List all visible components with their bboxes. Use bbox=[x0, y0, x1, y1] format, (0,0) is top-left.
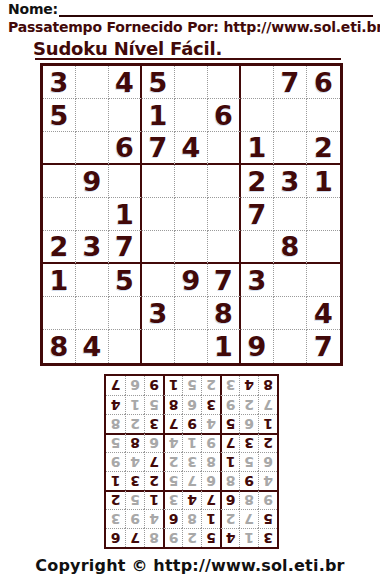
solution-cell-r6c5: 1 bbox=[182, 433, 201, 452]
puzzle-cell-r9c8[interactable] bbox=[274, 330, 307, 363]
puzzle-cell-r2c3[interactable] bbox=[109, 99, 142, 132]
solution-cell-r8c2: 2 bbox=[239, 395, 258, 414]
solution-cell-r1c8: 7 bbox=[125, 528, 144, 547]
puzzle-cell-r4c4[interactable] bbox=[142, 165, 175, 198]
solution-cell-r7c3: 5 bbox=[220, 414, 239, 433]
solution-cell-r3c1: 9 bbox=[258, 490, 277, 509]
solution-cell-r6c3: 7 bbox=[220, 433, 239, 452]
solution-cell-r9c8: 6 bbox=[125, 376, 144, 395]
solution-cell-r1c1: 3 bbox=[258, 528, 277, 547]
puzzle-cell-r9c4[interactable] bbox=[142, 330, 175, 363]
solution-cell-r3c2: 8 bbox=[239, 490, 258, 509]
solution-cell-r4c9: 1 bbox=[106, 471, 125, 490]
solution-cell-r6c2: 3 bbox=[239, 433, 258, 452]
solution-cell-r9c1: 8 bbox=[258, 376, 277, 395]
puzzle-cell-r9c1[interactable]: 8 bbox=[43, 330, 76, 363]
puzzle-cell-r2c5[interactable] bbox=[175, 99, 208, 132]
puzzle-cell-r5c5[interactable] bbox=[175, 198, 208, 231]
solution-cell-r6c7: 6 bbox=[144, 433, 163, 452]
puzzle-cell-r4c6[interactable] bbox=[208, 165, 241, 198]
solution-cell-r8c9: 4 bbox=[106, 395, 125, 414]
puzzle-cell-r4c1[interactable] bbox=[43, 165, 76, 198]
solution-cell-r7c5: 9 bbox=[182, 414, 201, 433]
solution-cell-r4c6: 5 bbox=[163, 471, 182, 490]
solution-cell-r2c9: 3 bbox=[106, 509, 125, 528]
puzzle-cell-r6c4[interactable] bbox=[142, 231, 175, 264]
puzzle-cell-r1c6[interactable] bbox=[208, 66, 241, 99]
puzzle-cell-r6c5[interactable] bbox=[175, 231, 208, 264]
puzzle-cell-r2c8[interactable] bbox=[274, 99, 307, 132]
solution-cell-r7c4: 4 bbox=[201, 414, 220, 433]
puzzle-cell-r8c8[interactable] bbox=[274, 297, 307, 330]
solution-cell-r2c6: 6 bbox=[163, 509, 182, 528]
puzzle-cell-r5c7[interactable]: 7 bbox=[241, 198, 274, 231]
puzzle-cell-r1c2[interactable] bbox=[76, 66, 109, 99]
puzzle-cell-r5c3[interactable]: 1 bbox=[109, 198, 142, 231]
name-row: Nome: bbox=[8, 1, 373, 17]
solution-cell-r5c8: 4 bbox=[125, 452, 144, 471]
puzzle-cell-r6c2[interactable]: 3 bbox=[76, 231, 109, 264]
puzzle-cell-r3c7[interactable]: 1 bbox=[241, 132, 274, 165]
puzzle-cell-r7c6[interactable]: 7 bbox=[208, 264, 241, 297]
solution-cell-r1c9: 6 bbox=[106, 528, 125, 547]
solution-cell-r9c4: 2 bbox=[201, 376, 220, 395]
solution-cell-r5c2: 5 bbox=[239, 452, 258, 471]
solution-cell-r9c3: 3 bbox=[220, 376, 239, 395]
puzzle-cell-r7c5[interactable]: 9 bbox=[175, 264, 208, 297]
puzzle-cell-r3c9[interactable]: 2 bbox=[307, 132, 340, 165]
page-title: Sudoku Nível Fácil. bbox=[33, 38, 222, 59]
puzzle-cell-r8c5[interactable] bbox=[175, 297, 208, 330]
puzzle-cell-r5c9[interactable] bbox=[307, 198, 340, 231]
solution-cell-r4c5: 7 bbox=[182, 471, 201, 490]
puzzle-cell-r8c6[interactable]: 8 bbox=[208, 297, 241, 330]
solution-cell-r7c6: 7 bbox=[163, 414, 182, 433]
puzzle-cell-r7c7[interactable]: 3 bbox=[241, 264, 274, 297]
puzzle-cell-r6c8[interactable]: 8 bbox=[274, 231, 307, 264]
puzzle-cell-r3c6[interactable] bbox=[208, 132, 241, 165]
solution-cell-r6c8: 8 bbox=[125, 433, 144, 452]
puzzle-cell-r2c1[interactable]: 5 bbox=[43, 99, 76, 132]
puzzle-cell-r5c1[interactable] bbox=[43, 198, 76, 231]
puzzle-cell-r1c3[interactable]: 4 bbox=[109, 66, 142, 99]
solution-cell-r2c3: 2 bbox=[220, 509, 239, 528]
puzzle-cell-r6c9[interactable] bbox=[307, 231, 340, 264]
puzzle-cell-r3c3[interactable]: 6 bbox=[109, 132, 142, 165]
solution-cell-r4c2: 9 bbox=[239, 471, 258, 490]
puzzle-cell-r2c9[interactable] bbox=[307, 99, 340, 132]
puzzle-cell-r4c9[interactable]: 1 bbox=[307, 165, 340, 198]
solution-cell-r3c4: 7 bbox=[201, 490, 220, 509]
solution-cell-r4c3: 8 bbox=[220, 471, 239, 490]
puzzle-cell-r6c6[interactable] bbox=[208, 231, 241, 264]
solution-cell-r8c4: 3 bbox=[201, 395, 220, 414]
solution-cell-r2c5: 8 bbox=[182, 509, 201, 528]
solution-cell-r8c6: 8 bbox=[163, 395, 182, 414]
solution-cell-r6c6: 4 bbox=[163, 433, 182, 452]
solution-cell-r8c7: 5 bbox=[144, 395, 163, 414]
solution-cell-r3c8: 5 bbox=[125, 490, 144, 509]
solution-cell-r1c7: 8 bbox=[144, 528, 163, 547]
puzzle-cell-r7c1[interactable]: 1 bbox=[43, 264, 76, 297]
solution-cell-r1c2: 1 bbox=[239, 528, 258, 547]
sudoku-solution-grid-upside-down: 3145298765721864939867431524986752316518… bbox=[104, 374, 279, 549]
puzzle-cell-r8c1[interactable] bbox=[43, 297, 76, 330]
puzzle-cell-r7c3[interactable]: 5 bbox=[109, 264, 142, 297]
title-rule bbox=[35, 58, 341, 60]
solution-cell-r8c3: 9 bbox=[220, 395, 239, 414]
sudoku-puzzle-grid: 345765166741292311723781597338484197 bbox=[40, 63, 343, 366]
solution-cell-r8c1: 7 bbox=[258, 395, 277, 414]
puzzle-cell-r5c6[interactable] bbox=[208, 198, 241, 231]
solution-cell-r5c4: 8 bbox=[201, 452, 220, 471]
solution-cell-r1c5: 2 bbox=[182, 528, 201, 547]
puzzle-cell-r4c8[interactable]: 3 bbox=[274, 165, 307, 198]
solution-cell-r1c3: 4 bbox=[220, 528, 239, 547]
sudoku-worksheet-page: Nome: Passatempo Fornecido Por: http://w… bbox=[0, 0, 380, 585]
provider-line: Passatempo Fornecido Por: http://www.sol… bbox=[8, 19, 380, 35]
puzzle-cell-r3c8[interactable] bbox=[274, 132, 307, 165]
puzzle-cell-r6c7[interactable] bbox=[241, 231, 274, 264]
puzzle-cell-r9c2[interactable]: 4 bbox=[76, 330, 109, 363]
solution-cell-r7c2: 6 bbox=[239, 414, 258, 433]
puzzle-cell-r4c7[interactable]: 2 bbox=[241, 165, 274, 198]
puzzle-cell-r7c4[interactable] bbox=[142, 264, 175, 297]
puzzle-cell-r5c4[interactable] bbox=[142, 198, 175, 231]
puzzle-cell-r1c4[interactable]: 5 bbox=[142, 66, 175, 99]
puzzle-cell-r4c2[interactable]: 9 bbox=[76, 165, 109, 198]
puzzle-cell-r9c7[interactable]: 9 bbox=[241, 330, 274, 363]
puzzle-cell-r1c9[interactable]: 6 bbox=[307, 66, 340, 99]
solution-cell-r4c8: 3 bbox=[125, 471, 144, 490]
puzzle-cell-r2c4[interactable]: 1 bbox=[142, 99, 175, 132]
puzzle-cell-r5c8[interactable] bbox=[274, 198, 307, 231]
puzzle-cell-r2c7[interactable] bbox=[241, 99, 274, 132]
puzzle-cell-r3c4[interactable]: 7 bbox=[142, 132, 175, 165]
puzzle-cell-r8c2[interactable] bbox=[76, 297, 109, 330]
solution-cell-r1c4: 5 bbox=[201, 528, 220, 547]
solution-cell-r9c2: 4 bbox=[239, 376, 258, 395]
puzzle-cell-r9c3[interactable] bbox=[109, 330, 142, 363]
copyright-text: Copyright © http://www.sol.eti.br bbox=[0, 556, 380, 575]
puzzle-cell-r1c8[interactable]: 7 bbox=[274, 66, 307, 99]
puzzle-cell-r3c2[interactable] bbox=[76, 132, 109, 165]
puzzle-cell-r4c3[interactable] bbox=[109, 165, 142, 198]
solution-cell-r3c9: 2 bbox=[106, 490, 125, 509]
puzzle-cell-r2c2[interactable] bbox=[76, 99, 109, 132]
puzzle-cell-r3c1[interactable] bbox=[43, 132, 76, 165]
solution-cell-r8c5: 6 bbox=[182, 395, 201, 414]
solution-cell-r5c9: 9 bbox=[106, 452, 125, 471]
puzzle-cell-r2c6[interactable]: 6 bbox=[208, 99, 241, 132]
solution-cell-r2c4: 1 bbox=[201, 509, 220, 528]
solution-cell-r6c1: 2 bbox=[258, 433, 277, 452]
solution-cell-r5c3: 1 bbox=[220, 452, 239, 471]
puzzle-cell-r3c5[interactable]: 4 bbox=[175, 132, 208, 165]
puzzle-cell-r8c3[interactable] bbox=[109, 297, 142, 330]
puzzle-cell-r6c3[interactable]: 7 bbox=[109, 231, 142, 264]
solution-cell-r9c6: 1 bbox=[163, 376, 182, 395]
solution-cell-r3c6: 3 bbox=[163, 490, 182, 509]
puzzle-cell-r9c9[interactable]: 7 bbox=[307, 330, 340, 363]
solution-cell-r7c7: 3 bbox=[144, 414, 163, 433]
puzzle-cell-r5c2[interactable] bbox=[76, 198, 109, 231]
solution-cell-r7c1: 1 bbox=[258, 414, 277, 433]
puzzle-cell-r7c9[interactable] bbox=[307, 264, 340, 297]
solution-cell-r7c9: 8 bbox=[106, 414, 125, 433]
solution-cell-r5c7: 7 bbox=[144, 452, 163, 471]
puzzle-cell-r1c7[interactable] bbox=[241, 66, 274, 99]
solution-cell-r4c1: 4 bbox=[258, 471, 277, 490]
solution-cell-r9c5: 5 bbox=[182, 376, 201, 395]
solution-cell-r4c4: 6 bbox=[201, 471, 220, 490]
solution-cell-r8c8: 1 bbox=[125, 395, 144, 414]
solution-cell-r3c5: 4 bbox=[182, 490, 201, 509]
puzzle-cell-r7c8[interactable] bbox=[274, 264, 307, 297]
solution-cell-r4c7: 2 bbox=[144, 471, 163, 490]
solution-cell-r7c8: 2 bbox=[125, 414, 144, 433]
puzzle-cell-r7c2[interactable] bbox=[76, 264, 109, 297]
puzzle-cell-r4c5[interactable] bbox=[175, 165, 208, 198]
puzzle-cell-r8c9[interactable]: 4 bbox=[307, 297, 340, 330]
puzzle-cell-r1c1[interactable]: 3 bbox=[43, 66, 76, 99]
puzzle-cell-r9c6[interactable]: 1 bbox=[208, 330, 241, 363]
solution-cell-r1c6: 9 bbox=[163, 528, 182, 547]
solution-cell-r5c6: 2 bbox=[163, 452, 182, 471]
solution-cell-r6c4: 9 bbox=[201, 433, 220, 452]
solution-cell-r9c9: 7 bbox=[106, 376, 125, 395]
puzzle-cell-r9c5[interactable] bbox=[175, 330, 208, 363]
solution-cell-r5c1: 6 bbox=[258, 452, 277, 471]
name-label: Nome: bbox=[8, 1, 58, 17]
puzzle-cell-r8c7[interactable] bbox=[241, 297, 274, 330]
name-fill-line bbox=[59, 2, 373, 17]
solution-cell-r5c5: 3 bbox=[182, 452, 201, 471]
solution-cell-r2c8: 9 bbox=[125, 509, 144, 528]
solution-cell-r2c7: 4 bbox=[144, 509, 163, 528]
solution-cell-r2c1: 5 bbox=[258, 509, 277, 528]
puzzle-cell-r1c5[interactable] bbox=[175, 66, 208, 99]
solution-cell-r3c7: 1 bbox=[144, 490, 163, 509]
solution-cell-r3c3: 6 bbox=[220, 490, 239, 509]
solution-cell-r9c7: 9 bbox=[144, 376, 163, 395]
puzzle-cell-r8c4[interactable]: 3 bbox=[142, 297, 175, 330]
puzzle-cell-r6c1[interactable]: 2 bbox=[43, 231, 76, 264]
solution-cell-r2c2: 7 bbox=[239, 509, 258, 528]
solution-cell-r6c9: 5 bbox=[106, 433, 125, 452]
